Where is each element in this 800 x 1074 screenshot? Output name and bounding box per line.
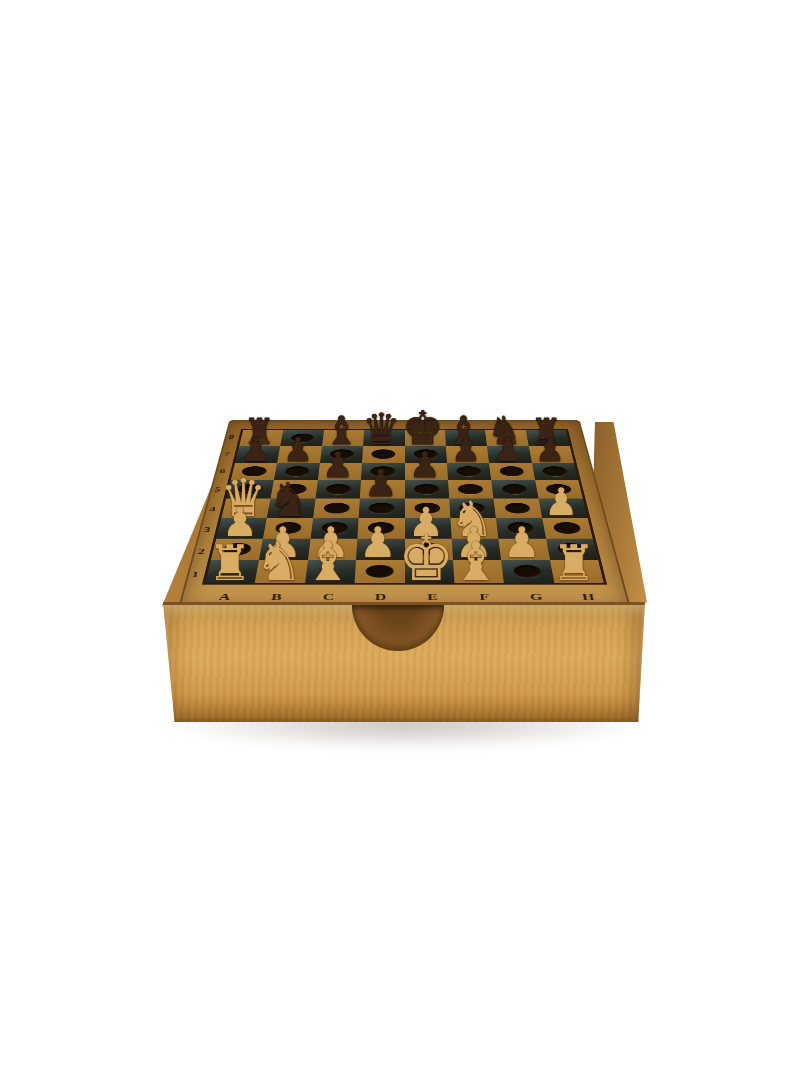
black-pawn-e6[interactable]: ♟ [409,448,440,483]
box-front [163,602,645,722]
black-queen-d8[interactable]: ♛ [362,408,401,451]
peg-hole [504,503,531,514]
black-pawn-g7[interactable]: ♟ [493,433,523,466]
square-g4[interactable] [494,499,542,518]
file-label-g: G [529,592,543,602]
square-g5[interactable] [491,480,538,498]
square-c4[interactable] [313,499,360,518]
file-label-b: B [271,592,283,602]
white-pawn-g2[interactable]: ♟ [503,522,541,564]
white-knight-b1[interactable]: ♞ [255,535,303,588]
white-pawn-h4[interactable]: ♟ [544,483,578,521]
white-bishop-c1[interactable]: ♝ [304,535,352,588]
file-label-d: D [375,592,387,602]
white-rook-h1[interactable]: ♜ [552,539,596,588]
white-pawn-d2[interactable]: ♟ [359,522,397,564]
rank-label-1: 1 [191,570,200,578]
pieces-layer: ♜♞♝♚♝♜♟♟♟♟♟♟♟♞♛♟♞♟♟♟♟♟♟♟♟♜♝♛♚♝♞♜ [0,0,800,1074]
white-bishop-f1[interactable]: ♝ [452,535,500,588]
peg-hole [323,503,349,514]
rank-label-7: 7 [223,451,230,457]
peg-hole [501,484,527,494]
finger-notch[interactable] [352,605,444,651]
file-label-a: A [218,592,232,602]
black-pawn-c6[interactable]: ♟ [322,448,353,483]
black-pawn-h7[interactable]: ♟ [535,433,565,466]
black-pawn-b7[interactable]: ♟ [283,433,313,466]
black-knight-b4[interactable]: ♞ [268,476,310,523]
black-pawn-f7[interactable]: ♟ [451,433,481,466]
black-pawn-a7[interactable]: ♟ [241,433,271,466]
rank-label-8: 8 [228,434,235,440]
black-pawn-d5[interactable]: ♟ [364,465,397,502]
peg-hole [553,522,581,533]
rank-label-3: 3 [203,526,211,534]
white-rook-a1[interactable]: ♜ [208,539,252,588]
peg-hole [326,484,352,494]
file-label-h: H [581,592,596,602]
travel-chess-set-photo: ABCDEFGH 12345678 ♜♞♝♚♝♜♟♟♟♟♟♟♟♞♛♟♞♟♟♟♟♟… [0,0,800,1074]
white-king-e1[interactable]: ♚ [398,527,454,590]
rank-label-2: 2 [197,548,206,556]
file-label-f: F [479,592,490,602]
peg-hole [414,484,439,494]
file-label-c: C [322,592,334,602]
rank-label-4: 4 [208,506,216,513]
